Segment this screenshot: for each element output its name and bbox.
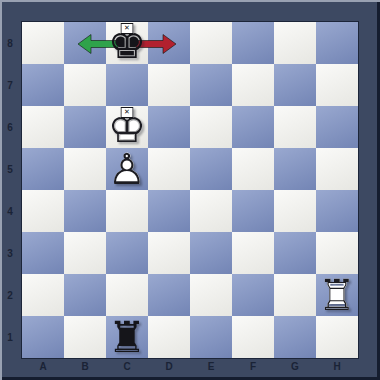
square-a2[interactable]	[22, 274, 64, 316]
square-c8[interactable]: ♚✕	[106, 22, 148, 64]
square-e1[interactable]	[190, 316, 232, 358]
square-h2[interactable]: ♜♖	[316, 274, 358, 316]
file-label-g: G	[274, 357, 316, 376]
square-b6[interactable]	[64, 106, 106, 148]
square-f4[interactable]	[232, 190, 274, 232]
square-h4[interactable]	[316, 190, 358, 232]
square-a8[interactable]	[22, 22, 64, 64]
square-e3[interactable]	[190, 232, 232, 274]
square-c2[interactable]	[106, 274, 148, 316]
square-d8[interactable]	[148, 22, 190, 64]
rank-label-7: 7	[0, 64, 20, 106]
square-b5[interactable]	[64, 148, 106, 190]
rank-label-2: 2	[0, 274, 20, 316]
square-f2[interactable]	[232, 274, 274, 316]
rank-label-5: 5	[0, 148, 20, 190]
file-label-e: E	[190, 357, 232, 376]
square-d7[interactable]	[148, 64, 190, 106]
square-b1[interactable]	[64, 316, 106, 358]
piece-outline: ♖	[316, 274, 358, 316]
square-d4[interactable]	[148, 190, 190, 232]
square-h3[interactable]	[316, 232, 358, 274]
file-labels: ABCDEFGH	[22, 357, 358, 376]
file-label-h: H	[316, 357, 358, 376]
square-h7[interactable]	[316, 64, 358, 106]
white-pawn[interactable]: ♟♙	[106, 148, 148, 190]
square-b4[interactable]	[64, 190, 106, 232]
square-d5[interactable]	[148, 148, 190, 190]
rank-label-3: 3	[0, 232, 20, 274]
chess-diagram-frame: 87654321 ABCDEFGH ♚✕♚♔✕♟♙♜♖♜	[0, 0, 380, 380]
square-g8[interactable]	[274, 22, 316, 64]
black-king[interactable]: ♚✕	[106, 22, 148, 64]
square-b8[interactable]	[64, 22, 106, 64]
square-f5[interactable]	[232, 148, 274, 190]
board-grid: ♚✕♚♔✕♟♙♜♖♜	[22, 22, 358, 358]
rank-label-4: 4	[0, 190, 20, 232]
square-c3[interactable]	[106, 232, 148, 274]
square-b2[interactable]	[64, 274, 106, 316]
piece-outline: ♙	[106, 148, 148, 190]
square-d3[interactable]	[148, 232, 190, 274]
square-d1[interactable]	[148, 316, 190, 358]
square-c6[interactable]: ♚♔✕	[106, 106, 148, 148]
rank-label-6: 6	[0, 106, 20, 148]
file-label-a: A	[22, 357, 64, 376]
square-f8[interactable]	[232, 22, 274, 64]
square-e6[interactable]	[190, 106, 232, 148]
square-g7[interactable]	[274, 64, 316, 106]
square-a4[interactable]	[22, 190, 64, 232]
square-a7[interactable]	[22, 64, 64, 106]
square-g6[interactable]	[274, 106, 316, 148]
square-a6[interactable]	[22, 106, 64, 148]
chess-board: ♚✕♚♔✕♟♙♜♖♜	[21, 21, 359, 359]
king-cross-box-icon: ✕	[121, 23, 134, 34]
square-e2[interactable]	[190, 274, 232, 316]
file-label-d: D	[148, 357, 190, 376]
square-b3[interactable]	[64, 232, 106, 274]
square-f6[interactable]	[232, 106, 274, 148]
square-c1[interactable]: ♜	[106, 316, 148, 358]
square-c7[interactable]	[106, 64, 148, 106]
square-d6[interactable]	[148, 106, 190, 148]
square-h1[interactable]	[316, 316, 358, 358]
square-g3[interactable]	[274, 232, 316, 274]
rank-labels: 87654321	[0, 22, 20, 358]
square-g5[interactable]	[274, 148, 316, 190]
square-e8[interactable]	[190, 22, 232, 64]
square-h8[interactable]	[316, 22, 358, 64]
square-e7[interactable]	[190, 64, 232, 106]
square-g1[interactable]	[274, 316, 316, 358]
square-a5[interactable]	[22, 148, 64, 190]
rank-label-1: 1	[0, 316, 20, 358]
square-c5[interactable]: ♟♙	[106, 148, 148, 190]
king-cross-box-icon: ✕	[121, 107, 134, 118]
square-a3[interactable]	[22, 232, 64, 274]
square-h5[interactable]	[316, 148, 358, 190]
square-h6[interactable]	[316, 106, 358, 148]
white-rook[interactable]: ♜♖	[316, 274, 358, 316]
file-label-b: B	[64, 357, 106, 376]
square-f7[interactable]	[232, 64, 274, 106]
file-label-f: F	[232, 357, 274, 376]
square-e4[interactable]	[190, 190, 232, 232]
square-c4[interactable]	[106, 190, 148, 232]
square-b7[interactable]	[64, 64, 106, 106]
square-g2[interactable]	[274, 274, 316, 316]
black-rook[interactable]: ♜	[106, 316, 148, 358]
square-g4[interactable]	[274, 190, 316, 232]
square-d2[interactable]	[148, 274, 190, 316]
square-a1[interactable]	[22, 316, 64, 358]
piece-glyph: ♜	[106, 316, 148, 358]
square-f3[interactable]	[232, 232, 274, 274]
white-king[interactable]: ♚♔✕	[106, 106, 148, 148]
rank-label-8: 8	[0, 22, 20, 64]
square-e5[interactable]	[190, 148, 232, 190]
square-f1[interactable]	[232, 316, 274, 358]
